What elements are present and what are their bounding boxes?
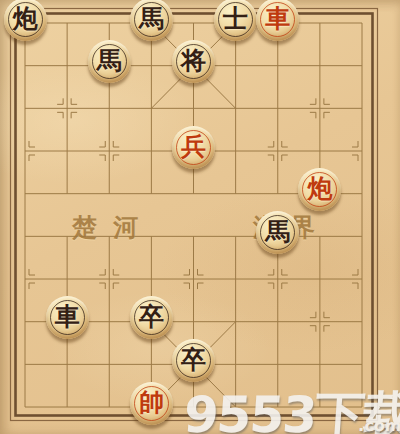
piece-black-horse[interactable]: 馬 [88,40,131,83]
piece-glyph: 士 [223,6,248,31]
piece-glyph: 車 [55,304,80,329]
piece-black-soldier[interactable]: 卒 [130,296,173,339]
piece-glyph: 炮 [307,176,332,201]
piece-glyph: 卒 [181,347,206,372]
piece-black-horse[interactable]: 馬 [256,211,299,254]
piece-glyph: 車 [265,6,290,31]
piece-red-general[interactable]: 帥 [130,382,173,425]
piece-black-cannon[interactable]: 炮 [4,0,47,41]
piece-red-cannon[interactable]: 炮 [298,168,341,211]
piece-glyph: 将 [181,48,206,73]
piece-red-soldier[interactable]: 兵 [172,126,215,169]
piece-glyph: 兵 [181,134,206,159]
piece-glyph: 炮 [13,6,38,31]
piece-black-soldier[interactable]: 卒 [172,339,215,382]
piece-black-horse[interactable]: 馬 [130,0,173,41]
piece-glyph: 卒 [139,304,164,329]
piece-glyph: 帥 [139,390,164,415]
piece-red-chariot[interactable]: 車 [256,0,299,41]
piece-grid: 炮馬士車馬将兵炮馬車卒卒帥 [4,2,383,429]
xiangqi-board: 楚河 漢界 炮馬士車馬将兵炮馬車卒卒帥 9553下载 .com [0,0,400,434]
piece-black-chariot[interactable]: 車 [46,296,89,339]
piece-glyph: 馬 [265,219,290,244]
piece-black-general[interactable]: 将 [172,40,215,83]
piece-glyph: 馬 [139,6,164,31]
piece-glyph: 馬 [97,48,122,73]
piece-black-advisor[interactable]: 士 [214,0,257,41]
